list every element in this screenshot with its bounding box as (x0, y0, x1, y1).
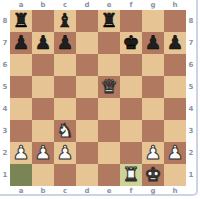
square-d4[interactable] (76, 98, 98, 120)
file-labels-top: abcdefgh (10, 0, 186, 10)
black-pawn-h7: ♟ (164, 32, 186, 54)
file-label-e: e (98, 2, 120, 9)
chess-board: ♜♝♜♟♟♟♚♟♟♛♞♟♟♟♟♟♜♚ (10, 10, 186, 186)
square-h4[interactable] (164, 98, 186, 120)
square-h1[interactable] (164, 164, 186, 186)
black-pawn-g7: ♟ (142, 32, 164, 54)
square-e8[interactable]: ♜ (98, 10, 120, 32)
square-e3[interactable] (98, 120, 120, 142)
square-c6[interactable] (54, 54, 76, 76)
rank-label-5: 5 (0, 84, 10, 91)
square-g6[interactable] (142, 54, 164, 76)
square-f1[interactable]: ♜ (120, 164, 142, 186)
square-h3[interactable] (164, 120, 186, 142)
square-a7[interactable]: ♟ (10, 32, 32, 54)
square-a3[interactable] (10, 120, 32, 142)
file-label-g: g (142, 2, 164, 9)
square-a8[interactable]: ♜ (10, 10, 32, 32)
file-label-c: c (54, 188, 76, 195)
white-rook-f1: ♜ (120, 164, 142, 186)
square-c8[interactable]: ♝ (54, 10, 76, 32)
file-labels-bottom: abcdefgh (10, 186, 186, 196)
square-c3[interactable]: ♞ (54, 120, 76, 142)
square-g3[interactable] (142, 120, 164, 142)
square-d1[interactable] (76, 164, 98, 186)
square-f3[interactable] (120, 120, 142, 142)
white-queen-e5: ♛ (98, 76, 120, 98)
file-label-a: a (10, 188, 32, 195)
chess-widget-panel: abcdefgh 87654321 ♜♝♜♟♟♟♚♟♟♛♞♟♟♟♟♟♜♚ 876… (0, 0, 198, 196)
rank-label-6: 6 (0, 62, 10, 69)
square-g2[interactable]: ♟ (142, 142, 164, 164)
white-pawn-a2: ♟ (10, 142, 32, 164)
rank-label-4: 4 (186, 106, 196, 113)
square-h5[interactable] (164, 76, 186, 98)
white-pawn-h2: ♟ (164, 142, 186, 164)
square-a4[interactable] (10, 98, 32, 120)
file-label-b: b (32, 2, 54, 9)
square-b5[interactable] (32, 76, 54, 98)
black-rook-e8: ♜ (98, 10, 120, 32)
square-g1[interactable]: ♚ (142, 164, 164, 186)
square-c2[interactable]: ♟ (54, 142, 76, 164)
square-d5[interactable] (76, 76, 98, 98)
rank-label-2: 2 (186, 150, 196, 157)
file-label-h: h (164, 2, 186, 9)
black-pawn-b7: ♟ (32, 32, 54, 54)
square-f2[interactable] (120, 142, 142, 164)
black-rook-a8: ♜ (10, 10, 32, 32)
square-g7[interactable]: ♟ (142, 32, 164, 54)
square-h7[interactable]: ♟ (164, 32, 186, 54)
rank-label-6: 6 (186, 62, 196, 69)
file-label-d: d (76, 2, 98, 9)
square-c5[interactable] (54, 76, 76, 98)
board-wrapper: abcdefgh 87654321 ♜♝♜♟♟♟♚♟♟♛♞♟♟♟♟♟♜♚ 876… (0, 0, 196, 196)
square-d7[interactable] (76, 32, 98, 54)
square-e2[interactable] (98, 142, 120, 164)
square-b6[interactable] (32, 54, 54, 76)
square-e4[interactable] (98, 98, 120, 120)
square-a5[interactable] (10, 76, 32, 98)
rank-label-4: 4 (0, 106, 10, 113)
white-knight-c3: ♞ (54, 120, 76, 142)
square-c7[interactable]: ♟ (54, 32, 76, 54)
rank-label-3: 3 (0, 128, 10, 135)
square-f8[interactable] (120, 10, 142, 32)
square-g8[interactable] (142, 10, 164, 32)
square-f7[interactable]: ♚ (120, 32, 142, 54)
file-label-g: g (142, 188, 164, 195)
white-pawn-c2: ♟ (54, 142, 76, 164)
white-pawn-g2: ♟ (142, 142, 164, 164)
square-h2[interactable]: ♟ (164, 142, 186, 164)
square-g4[interactable] (142, 98, 164, 120)
rank-label-1: 1 (0, 172, 10, 179)
square-a6[interactable] (10, 54, 32, 76)
square-h6[interactable] (164, 54, 186, 76)
square-b2[interactable]: ♟ (32, 142, 54, 164)
square-b4[interactable] (32, 98, 54, 120)
square-f5[interactable] (120, 76, 142, 98)
square-g5[interactable] (142, 76, 164, 98)
square-d2[interactable] (76, 142, 98, 164)
rank-label-7: 7 (186, 40, 196, 47)
rank-labels-left: 87654321 (0, 10, 10, 186)
black-king-f7: ♚ (120, 32, 142, 54)
rank-label-7: 7 (0, 40, 10, 47)
black-bishop-c8: ♝ (54, 10, 76, 32)
white-pawn-b2: ♟ (32, 142, 54, 164)
file-label-e: e (98, 188, 120, 195)
square-b3[interactable] (32, 120, 54, 142)
rank-label-8: 8 (186, 18, 196, 25)
square-e7[interactable] (98, 32, 120, 54)
rank-labels-right: 87654321 (186, 10, 196, 186)
rank-label-1: 1 (186, 172, 196, 179)
black-pawn-a7: ♟ (10, 32, 32, 54)
square-f4[interactable] (120, 98, 142, 120)
file-label-d: d (76, 188, 98, 195)
square-b8[interactable] (32, 10, 54, 32)
file-label-f: f (120, 2, 142, 9)
square-e1[interactable] (98, 164, 120, 186)
square-d8[interactable] (76, 10, 98, 32)
square-e5[interactable]: ♛ (98, 76, 120, 98)
square-a1[interactable] (10, 164, 32, 186)
rank-label-3: 3 (186, 128, 196, 135)
file-label-b: b (32, 188, 54, 195)
square-a2[interactable]: ♟ (10, 142, 32, 164)
square-d6[interactable] (76, 54, 98, 76)
square-b1[interactable] (32, 164, 54, 186)
rank-label-5: 5 (186, 84, 196, 91)
square-h8[interactable] (164, 10, 186, 32)
file-label-f: f (120, 188, 142, 195)
file-label-c: c (54, 2, 76, 9)
square-c1[interactable] (54, 164, 76, 186)
black-pawn-c7: ♟ (54, 32, 76, 54)
rank-label-8: 8 (0, 18, 10, 25)
square-b7[interactable]: ♟ (32, 32, 54, 54)
white-king-g1: ♚ (142, 164, 164, 186)
square-e6[interactable] (98, 54, 120, 76)
square-f6[interactable] (120, 54, 142, 76)
file-label-h: h (164, 188, 186, 195)
rank-label-2: 2 (0, 150, 10, 157)
square-c4[interactable] (54, 98, 76, 120)
square-d3[interactable] (76, 120, 98, 142)
file-label-a: a (10, 2, 32, 9)
